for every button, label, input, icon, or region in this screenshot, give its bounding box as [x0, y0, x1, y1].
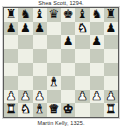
black-bishop-piece[interactable]: ♝	[33, 8, 47, 22]
square-b3[interactable]	[18, 76, 32, 90]
square-h7[interactable]: ♟	[104, 22, 118, 36]
board-frame: ♜♞♝♛♚♝♞♜♟♟♟♞♟♟♟♝♟♟♟♟♟♟♜♞♝♛♚♜	[3, 7, 119, 118]
black-queen-piece[interactable]: ♛	[47, 8, 61, 22]
square-h1[interactable]: ♜	[104, 103, 118, 117]
square-c4[interactable]	[33, 63, 47, 77]
black-pawn-piece[interactable]: ♟	[33, 22, 47, 36]
square-f1[interactable]	[75, 103, 89, 117]
square-g7[interactable]	[90, 22, 104, 36]
square-f5[interactable]	[75, 49, 89, 63]
square-h4[interactable]	[104, 63, 118, 77]
square-g3[interactable]	[90, 76, 104, 90]
square-c8[interactable]: ♝	[33, 8, 47, 22]
square-d3[interactable]: ♝	[47, 76, 61, 90]
white-knight-piece[interactable]: ♞	[75, 22, 89, 36]
white-bishop-piece[interactable]: ♝	[47, 76, 61, 90]
white-king-piece[interactable]: ♚	[61, 103, 75, 117]
square-f8[interactable]: ♝	[75, 8, 89, 22]
white-pawn-piece[interactable]: ♟	[75, 90, 89, 104]
square-h6[interactable]	[104, 35, 118, 49]
black-pawn-piece[interactable]: ♟	[104, 22, 118, 36]
black-pawn-piece[interactable]: ♟	[90, 35, 104, 49]
square-g6[interactable]: ♟	[90, 35, 104, 49]
square-b8[interactable]: ♞	[18, 8, 32, 22]
square-a1[interactable]: ♜	[4, 103, 18, 117]
square-h3[interactable]	[104, 76, 118, 90]
square-a7[interactable]: ♟	[4, 22, 18, 36]
square-g8[interactable]: ♞	[90, 8, 104, 22]
square-d5[interactable]	[47, 49, 61, 63]
square-b4[interactable]	[18, 63, 32, 77]
white-knight-piece[interactable]: ♞	[18, 103, 32, 117]
square-a3[interactable]	[4, 76, 18, 90]
square-a2[interactable]: ♟	[4, 90, 18, 104]
square-d2[interactable]	[47, 90, 61, 104]
square-e1[interactable]: ♚	[61, 103, 75, 117]
black-king-piece[interactable]: ♚	[61, 8, 75, 22]
square-e3[interactable]	[61, 76, 75, 90]
square-c7[interactable]: ♟	[33, 22, 47, 36]
white-pawn-piece[interactable]: ♟	[90, 90, 104, 104]
square-e2[interactable]	[61, 90, 75, 104]
square-f7[interactable]: ♞	[75, 22, 89, 36]
square-b1[interactable]: ♞	[18, 103, 32, 117]
square-a8[interactable]: ♜	[4, 8, 18, 22]
square-b2[interactable]: ♟	[18, 90, 32, 104]
square-a5[interactable]	[4, 49, 18, 63]
square-e5[interactable]	[61, 49, 75, 63]
square-e4[interactable]	[61, 63, 75, 77]
square-f3[interactable]	[75, 76, 89, 90]
square-e6[interactable]: ♟	[61, 35, 75, 49]
square-f2[interactable]: ♟	[75, 90, 89, 104]
square-f6[interactable]	[75, 35, 89, 49]
square-b6[interactable]	[18, 35, 32, 49]
square-g4[interactable]	[90, 63, 104, 77]
white-pawn-piece[interactable]: ♟	[104, 90, 118, 104]
white-pawn-piece[interactable]: ♟	[4, 90, 18, 104]
black-player-label: Shea Scott, 1294.	[0, 0, 122, 7]
chess-board[interactable]: ♜♞♝♛♚♝♞♜♟♟♟♞♟♟♟♝♟♟♟♟♟♟♜♞♝♛♚♜	[4, 8, 118, 117]
square-e7[interactable]	[61, 22, 75, 36]
black-rook-piece[interactable]: ♜	[104, 8, 118, 22]
square-g5[interactable]	[90, 49, 104, 63]
white-rook-piece[interactable]: ♜	[4, 103, 18, 117]
white-rook-piece[interactable]: ♜	[104, 103, 118, 117]
square-c5[interactable]	[33, 49, 47, 63]
square-d8[interactable]: ♛	[47, 8, 61, 22]
square-h8[interactable]: ♜	[104, 8, 118, 22]
white-bishop-piece[interactable]: ♝	[33, 103, 47, 117]
square-d6[interactable]	[47, 35, 61, 49]
square-d7[interactable]	[47, 22, 61, 36]
black-pawn-piece[interactable]: ♟	[61, 35, 75, 49]
square-g1[interactable]	[90, 103, 104, 117]
white-pawn-piece[interactable]: ♟	[33, 90, 47, 104]
square-b5[interactable]	[18, 49, 32, 63]
white-queen-piece[interactable]: ♛	[47, 103, 61, 117]
square-h2[interactable]: ♟	[104, 90, 118, 104]
square-a6[interactable]	[4, 35, 18, 49]
white-pawn-piece[interactable]: ♟	[18, 90, 32, 104]
white-player-label: Martin Kelly, 1325.	[0, 120, 122, 127]
square-d1[interactable]: ♛	[47, 103, 61, 117]
black-knight-piece[interactable]: ♞	[90, 8, 104, 22]
black-pawn-piece[interactable]: ♟	[18, 22, 32, 36]
square-c3[interactable]	[33, 76, 47, 90]
square-a4[interactable]	[4, 63, 18, 77]
square-c1[interactable]: ♝	[33, 103, 47, 117]
black-rook-piece[interactable]: ♜	[4, 8, 18, 22]
square-c2[interactable]: ♟	[33, 90, 47, 104]
square-f4[interactable]	[75, 63, 89, 77]
black-knight-piece[interactable]: ♞	[18, 8, 32, 22]
square-c6[interactable]	[33, 35, 47, 49]
black-bishop-piece[interactable]: ♝	[75, 8, 89, 22]
square-g2[interactable]: ♟	[90, 90, 104, 104]
black-pawn-piece[interactable]: ♟	[4, 22, 18, 36]
square-h5[interactable]	[104, 49, 118, 63]
square-e8[interactable]: ♚	[61, 8, 75, 22]
square-d4[interactable]	[47, 63, 61, 77]
square-b7[interactable]: ♟	[18, 22, 32, 36]
